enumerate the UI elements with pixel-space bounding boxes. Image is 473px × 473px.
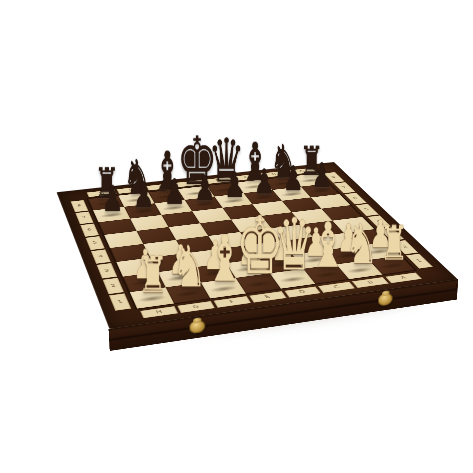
- white-rook-glyph: ♜: [380, 220, 409, 267]
- white-bishop-glyph: ♝: [205, 227, 244, 291]
- black-pawn-glyph: ♟: [224, 168, 245, 203]
- coordinate-label-2: 2: [103, 278, 124, 294]
- white-knight-glyph: ♞: [172, 238, 207, 295]
- coordinate-label-5: 5: [85, 236, 104, 250]
- black-pawn-glyph: ♟: [164, 174, 185, 209]
- black-pawn-glyph: ♟: [283, 161, 304, 195]
- black-pawn-glyph: ♟: [133, 177, 155, 212]
- coordinate-label-1: 1: [109, 293, 131, 310]
- black-pawn-glyph: ♟: [254, 164, 275, 198]
- chess-board: HGFEDCBA HGFEDCBA 87654321 87654321 ♜♞♝♚…: [57, 162, 459, 329]
- white-knight-glyph: ♞: [345, 217, 378, 272]
- chess-scene: HGFEDCBA HGFEDCBA 87654321 87654321 ♜♞♝♚…: [79, 71, 400, 392]
- brass-clasp-left[interactable]: [189, 319, 205, 334]
- product-photo: HGFEDCBA HGFEDCBA 87654321 87654321 ♜♞♝♚…: [0, 0, 473, 473]
- black-pawn-glyph: ♟: [102, 181, 124, 217]
- coordinate-label-3: 3: [97, 263, 118, 279]
- black-pawn-glyph: ♟: [311, 158, 332, 192]
- black-pawn-glyph: ♟: [194, 171, 215, 206]
- coordinate-label-4: 4: [91, 249, 111, 264]
- white-rook-glyph: ♜: [138, 250, 169, 300]
- brass-clasp-right[interactable]: [378, 292, 393, 306]
